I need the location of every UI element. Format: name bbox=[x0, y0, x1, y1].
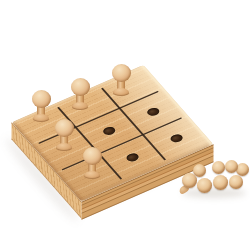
peg-base bbox=[84, 171, 100, 179]
peg-base bbox=[113, 88, 129, 96]
board-hole-r1c1[interactable] bbox=[101, 126, 117, 137]
peg-base bbox=[33, 114, 49, 122]
product-photo bbox=[0, 0, 250, 250]
peg-head bbox=[32, 90, 51, 108]
peg-r1c0[interactable] bbox=[53, 119, 75, 151]
peg-r0c1[interactable] bbox=[69, 78, 91, 110]
peg-r0c0[interactable] bbox=[30, 90, 52, 122]
peg-base bbox=[56, 143, 72, 151]
peg-head bbox=[112, 64, 131, 82]
pile-shadow bbox=[182, 188, 246, 198]
board-hole-r2c2[interactable] bbox=[169, 133, 185, 144]
loose-peg-7[interactable] bbox=[229, 175, 243, 189]
grid-line-vertical-2 bbox=[101, 88, 166, 161]
board-hole-r1c2[interactable] bbox=[145, 106, 161, 117]
peg-head bbox=[71, 78, 90, 96]
peg-r0c2[interactable] bbox=[110, 64, 132, 96]
peg-base bbox=[72, 102, 88, 110]
loose-peg-5[interactable] bbox=[213, 175, 228, 190]
loose-peg-6[interactable] bbox=[225, 160, 238, 173]
peg-r2c0[interactable] bbox=[81, 147, 103, 179]
loose-peg-3[interactable] bbox=[197, 178, 212, 193]
peg-head bbox=[55, 119, 74, 137]
board-hole-r2c1[interactable] bbox=[125, 152, 141, 163]
loose-peg-1[interactable] bbox=[182, 173, 197, 188]
loose-peg-4[interactable] bbox=[212, 161, 225, 174]
peg-head bbox=[83, 147, 102, 165]
